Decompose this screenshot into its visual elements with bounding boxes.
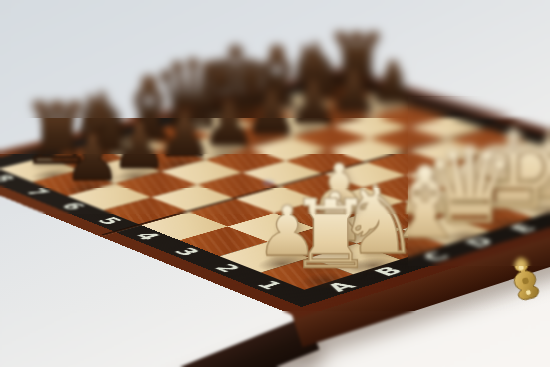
board-label-border: 87654321 ♜♞♝♛♚♝♞♜♟♟♟♟♟♟♟♟♟♟♟♟♟♟♟♟♜♞♝♛♚♝♞… bbox=[0, 74, 550, 307]
scene: 87654321 ♜♞♝♛♚♝♞♜♟♟♟♟♟♟♟♟♟♟♟♟♟♟♟♟♜♞♝♛♚♝♞… bbox=[0, 0, 550, 367]
white-rook[interactable]: ♜ bbox=[251, 187, 410, 282]
board-grid: ♜♞♝♛♚♝♞♜♟♟♟♟♟♟♟♟♟♟♟♟♟♟♟♟♜♞♝♛♚♝♞♜ bbox=[0, 84, 550, 290]
dust-speck bbox=[262, 180, 275, 186]
chess-board: 87654321 ♜♞♝♛♚♝♞♜♟♟♟♟♟♟♟♟♟♟♟♟♟♟♟♟♜♞♝♛♚♝♞… bbox=[0, 68, 550, 318]
black-pawn[interactable]: ♟ bbox=[21, 127, 164, 190]
chess-set-photo: 87654321 ♜♞♝♛♚♝♞♜♟♟♟♟♟♟♟♟♟♟♟♟♟♟♟♟♜♞♝♛♚♝♞… bbox=[0, 0, 550, 367]
piece-anchor: ♟ bbox=[65, 183, 112, 195]
